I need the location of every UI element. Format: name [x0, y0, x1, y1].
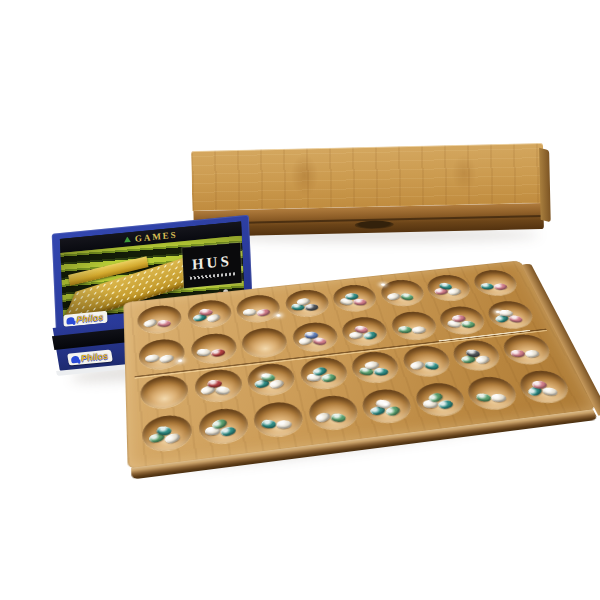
pit-r4c1: [142, 413, 194, 453]
pit-r2c3: [240, 326, 289, 359]
stone-white: [276, 420, 292, 429]
pit-r3c6: [399, 343, 454, 378]
board-cell: [137, 301, 183, 337]
board-cell: [423, 271, 476, 304]
stone-green: [330, 412, 347, 422]
stone-white: [523, 349, 541, 359]
board-cell: [289, 318, 341, 355]
board-cell: [186, 296, 233, 332]
board-cell: [141, 410, 193, 456]
pit-r1c7: [424, 273, 475, 302]
pit-r1c1: [137, 303, 182, 335]
stone-white: [411, 325, 427, 334]
stone-pink: [156, 319, 172, 327]
stone-green: [399, 292, 415, 301]
board-cell: [482, 297, 538, 333]
pit-r4c5: [359, 387, 415, 425]
game-title: HUS: [192, 252, 232, 273]
games-series-icon: [124, 236, 131, 243]
light-glint: [380, 283, 384, 286]
title-subtitle-smallprint: [189, 272, 235, 279]
stone-white: [144, 353, 159, 362]
pit-r1c2: [186, 298, 232, 329]
pit-r4c4: [306, 393, 361, 432]
board-cell: [338, 313, 391, 350]
lid-finger-notch: [355, 221, 394, 230]
elephant-icon: [66, 316, 74, 324]
board-cell: [348, 347, 404, 387]
board-cell: [435, 302, 490, 338]
stone-white: [499, 310, 513, 317]
stone-teal: [373, 368, 388, 376]
pit-r1c5: [330, 283, 379, 313]
board-cell: [330, 281, 381, 315]
pit-r2c8: [483, 299, 537, 330]
bamboo-knot-mark: [290, 154, 319, 197]
pit-r3c4: [298, 355, 351, 391]
hus-title-plate: HUS: [182, 243, 241, 289]
lid-top-face: [191, 143, 544, 211]
pit-r1c3: [235, 293, 282, 324]
stone-green: [475, 393, 491, 403]
brand-name-side: Philos: [80, 351, 109, 363]
pit-r2c1: [139, 337, 186, 371]
pit-r4c2: [197, 406, 250, 446]
board-cell: [462, 372, 523, 414]
pit-r3c3: [246, 361, 298, 397]
board-cell: [497, 330, 556, 368]
pit-r2c2: [190, 331, 238, 365]
board-cell: [297, 353, 351, 393]
board-cell: [138, 335, 186, 374]
elephant-icon: [70, 355, 79, 363]
board-cell: [387, 307, 441, 343]
board-cell: [189, 329, 238, 367]
board-cell: [468, 266, 522, 299]
philos-logo-side: Philos: [67, 350, 113, 366]
stone-white: [543, 387, 558, 396]
pit-r2c7: [436, 304, 489, 336]
board-cell: [282, 286, 332, 321]
board-cell: [305, 390, 362, 434]
board-cell: [245, 359, 298, 400]
board-cell: [513, 366, 575, 408]
pit-r4c3: [252, 399, 306, 438]
pit-r1c6: [377, 278, 427, 308]
stone-white: [158, 353, 175, 364]
stone-green: [398, 326, 412, 333]
stone-white: [490, 393, 507, 402]
pit-r2c5: [339, 315, 390, 348]
lid-end-cap: [539, 148, 551, 223]
board-cell: [251, 397, 306, 442]
board-cell: [197, 403, 251, 448]
pit-r4c6: [411, 380, 468, 418]
stone-teal: [260, 419, 278, 429]
stone-teal: [424, 361, 440, 371]
stone-white: [196, 348, 212, 356]
pit-r3c2: [193, 367, 243, 404]
stone-white: [242, 308, 257, 316]
board-cell: [376, 276, 428, 310]
board-cell: [448, 336, 506, 375]
board-cell: [410, 378, 470, 421]
pit-r4c8: [514, 368, 573, 405]
product-photo-stage: GAMES HUS: [0, 0, 600, 600]
pit-r3c1: [140, 373, 189, 410]
stone-pink: [255, 308, 272, 318]
pit-r2c4: [290, 320, 340, 353]
board-cell: [234, 291, 283, 326]
stone-blue: [304, 331, 319, 338]
pit-r3c5: [349, 349, 403, 384]
stone-green: [461, 321, 475, 328]
board-cell: [240, 323, 291, 361]
pit-r1c8: [469, 268, 521, 297]
pit-r3c8: [498, 332, 555, 366]
stone-pink: [493, 283, 509, 291]
stone-red: [210, 348, 226, 357]
stone-pink: [353, 298, 367, 305]
pit-r2c6: [388, 309, 440, 341]
board-cell: [193, 365, 245, 407]
bamboo-knot-mark: [452, 154, 477, 192]
stone-teal: [481, 283, 494, 290]
board-cell: [358, 384, 416, 427]
board-cell: [140, 371, 190, 413]
pit-r3c7: [449, 338, 505, 372]
stone-dark: [304, 303, 319, 311]
pit-r1c4: [283, 288, 331, 319]
board-cell: [398, 341, 455, 380]
pit-r4c7: [463, 374, 521, 411]
